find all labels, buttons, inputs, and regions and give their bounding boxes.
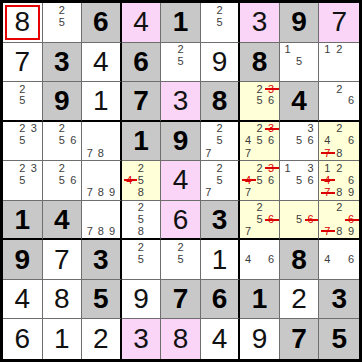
- empty-candidate-slot: [265, 241, 277, 253]
- cell-r6c6[interactable]: 3: [201, 201, 241, 241]
- cell-r6c9[interactable]: 26789: [319, 201, 359, 241]
- eliminated-candidate-6: 6: [345, 214, 357, 226]
- candidate-grid: 234567: [240, 122, 279, 161]
- cell-r8c3[interactable]: 5: [82, 280, 122, 320]
- cell-r5c3[interactable]: 789: [82, 161, 122, 201]
- candidate-8: 8: [135, 187, 147, 199]
- candidate-grid: 2356: [240, 82, 279, 120]
- empty-candidate-slot: [163, 68, 175, 80]
- candidate-grid: 25: [122, 240, 161, 279]
- candidate-grid: 789: [82, 201, 120, 239]
- solved-digit: 1: [93, 87, 109, 115]
- solved-digit: 9: [252, 325, 268, 353]
- empty-candidate-slot: [28, 147, 40, 159]
- cell-r4c5[interactable]: 9: [161, 122, 201, 162]
- empty-candidate-slot: [242, 107, 254, 119]
- candidate-6: 6: [345, 174, 357, 186]
- cell-r6c7[interactable]: 2567: [240, 201, 280, 241]
- empty-candidate-slot: [225, 162, 236, 174]
- cell-r1c8[interactable]: 9: [280, 3, 320, 43]
- cell-r8c1[interactable]: 4: [3, 280, 43, 320]
- cell-r2c3[interactable]: 4: [82, 43, 122, 83]
- empty-candidate-slot: [345, 241, 357, 253]
- candidate-6: 6: [345, 254, 357, 266]
- empty-candidate-slot: [282, 225, 294, 237]
- candidate-grid: 257: [201, 161, 239, 200]
- candidate-7: 7: [242, 225, 254, 237]
- empty-candidate-slot: [345, 202, 357, 214]
- candidate-4: 4: [242, 254, 254, 266]
- empty-candidate-slot: [124, 187, 136, 199]
- empty-candidate-slot: [321, 83, 333, 95]
- cell-r9c6[interactable]: 4: [201, 319, 241, 359]
- empty-candidate-slot: [265, 202, 277, 214]
- empty-candidate-slot: [333, 174, 345, 186]
- cell-r3c3[interactable]: 1: [82, 82, 122, 122]
- empty-candidate-slot: [5, 123, 17, 135]
- given-digit: 6: [133, 48, 149, 76]
- empty-candidate-slot: [345, 68, 357, 80]
- candidate-grid: 46: [319, 240, 359, 279]
- cell-r3c5[interactable]: 3: [161, 82, 201, 122]
- empty-candidate-slot: [5, 147, 17, 159]
- cell-r7c2[interactable]: 7: [43, 240, 83, 280]
- empty-candidate-slot: [45, 187, 57, 199]
- empty-candidate-slot: [265, 187, 277, 199]
- empty-candidate-slot: [282, 214, 294, 226]
- candidate-6: 6: [345, 135, 357, 147]
- empty-candidate-slot: [254, 225, 266, 237]
- empty-candidate-slot: [5, 95, 17, 107]
- cell-r9c2[interactable]: 1: [43, 319, 83, 359]
- cell-r7c8[interactable]: 8: [280, 240, 320, 280]
- empty-candidate-slot: [254, 107, 266, 119]
- empty-candidate-slot: [17, 107, 29, 119]
- cell-r7c4[interactable]: 25: [122, 240, 162, 280]
- cell-r7c5[interactable]: 25: [161, 240, 201, 280]
- empty-candidate-slot: [225, 174, 236, 186]
- empty-candidate-slot: [345, 107, 357, 119]
- cell-r4c4[interactable]: 1: [122, 122, 162, 162]
- cell-r9c8[interactable]: 7: [280, 319, 320, 359]
- cell-r3c7[interactable]: 2356: [240, 82, 280, 122]
- empty-candidate-slot: [68, 4, 80, 16]
- empty-candidate-slot: [282, 187, 294, 199]
- cell-r3c6[interactable]: 8: [201, 82, 241, 122]
- given-digit: 8: [212, 87, 228, 115]
- empty-candidate-slot: [28, 174, 40, 186]
- candidate-2: 2: [17, 123, 29, 135]
- empty-candidate-slot: [282, 135, 294, 147]
- candidate-5: 5: [175, 254, 187, 266]
- empty-candidate-slot: [345, 147, 357, 159]
- empty-candidate-slot: [124, 202, 136, 214]
- cell-r2c5[interactable]: 25: [161, 43, 201, 83]
- cell-r6c5[interactable]: 6: [161, 201, 201, 241]
- empty-candidate-slot: [345, 83, 357, 95]
- cell-r4c9[interactable]: 24678: [319, 122, 359, 162]
- candidate-6: 6: [345, 95, 357, 107]
- candidate-6: 6: [68, 174, 80, 186]
- cell-r1c9[interactable]: 7: [319, 3, 359, 43]
- cell-r1c4[interactable]: 4: [122, 3, 162, 43]
- empty-candidate-slot: [293, 44, 305, 56]
- cell-r9c7[interactable]: 9: [240, 319, 280, 359]
- empty-candidate-slot: [45, 16, 57, 28]
- empty-candidate-slot: [293, 68, 305, 80]
- cell-r5c7[interactable]: 234567: [240, 161, 280, 201]
- cell-r4c1[interactable]: 235: [3, 122, 43, 162]
- empty-candidate-slot: [321, 266, 333, 278]
- empty-candidate-slot: [124, 254, 136, 266]
- cell-r1c6[interactable]: 25: [201, 3, 241, 43]
- empty-candidate-slot: [203, 162, 214, 174]
- empty-candidate-slot: [45, 135, 57, 147]
- empty-candidate-slot: [5, 174, 17, 186]
- candidate-5: 5: [175, 56, 187, 68]
- cell-r3c8[interactable]: 4: [280, 82, 320, 122]
- cell-r2c1[interactable]: 7: [3, 43, 43, 83]
- given-digit: 7: [173, 285, 189, 313]
- empty-candidate-slot: [106, 123, 117, 135]
- empty-candidate-slot: [345, 162, 357, 174]
- candidate-7: 7: [242, 147, 254, 159]
- empty-candidate-slot: [95, 123, 106, 135]
- cell-r9c9[interactable]: 5: [319, 319, 359, 359]
- candidate-8: 8: [95, 225, 106, 237]
- candidate-grid: 25: [161, 43, 200, 82]
- empty-candidate-slot: [321, 56, 333, 68]
- empty-candidate-slot: [17, 187, 29, 199]
- candidate-2: 2: [17, 162, 29, 174]
- candidate-grid: 24678: [319, 122, 359, 161]
- empty-candidate-slot: [45, 28, 57, 40]
- empty-candidate-slot: [265, 147, 277, 159]
- given-digit: 3: [212, 206, 228, 234]
- candidate-grid: 1356: [280, 161, 319, 200]
- cell-r7c7[interactable]: 46: [240, 240, 280, 280]
- eliminated-candidate-7: 7: [321, 225, 333, 237]
- empty-candidate-slot: [225, 28, 236, 40]
- candidate-4: 4: [242, 135, 254, 147]
- cell-r6c4[interactable]: 258: [122, 201, 162, 241]
- candidate-grid: 46: [240, 240, 279, 279]
- cell-r8c6[interactable]: 6: [201, 280, 241, 320]
- sudoku-board: 8256412539773462598151225917382356426235…: [0, 0, 362, 362]
- solved-digit: 8: [173, 325, 189, 353]
- candidate-6: 6: [265, 254, 277, 266]
- cell-r8c8[interactable]: 2: [280, 280, 320, 320]
- empty-candidate-slot: [282, 174, 294, 186]
- given-digit: 3: [93, 246, 109, 274]
- given-digit: 1: [133, 127, 149, 155]
- candidate-7: 7: [84, 147, 95, 159]
- candidate-grid: 2567: [240, 201, 279, 239]
- empty-candidate-slot: [203, 16, 214, 28]
- cell-r5c2[interactable]: 256: [43, 161, 83, 201]
- solved-digit: 3: [173, 87, 189, 115]
- cell-r5c6[interactable]: 257: [201, 161, 241, 201]
- empty-candidate-slot: [95, 202, 106, 214]
- cell-r4c3[interactable]: 78: [82, 122, 122, 162]
- cell-r2c9[interactable]: 12: [319, 43, 359, 83]
- empty-candidate-slot: [56, 187, 68, 199]
- cell-r8c9[interactable]: 3: [319, 280, 359, 320]
- solved-digit: 4: [14, 285, 30, 313]
- cell-r2c6[interactable]: 9: [201, 43, 241, 83]
- candidate-grid: 1246789: [319, 161, 359, 200]
- empty-candidate-slot: [242, 241, 254, 253]
- candidate-2: 2: [56, 4, 68, 16]
- empty-candidate-slot: [333, 107, 345, 119]
- solved-digit: 3: [252, 8, 268, 36]
- candidate-6: 6: [265, 95, 277, 107]
- empty-candidate-slot: [45, 174, 57, 186]
- cell-r6c3[interactable]: 789: [82, 201, 122, 241]
- solved-digit: 3: [133, 325, 149, 353]
- empty-candidate-slot: [17, 147, 29, 159]
- empty-candidate-slot: [56, 147, 68, 159]
- eliminated-candidate-7: 7: [321, 147, 333, 159]
- given-digit: 3: [54, 48, 70, 76]
- given-digit: 9: [14, 246, 30, 274]
- cell-r8c4[interactable]: 9: [122, 280, 162, 320]
- empty-candidate-slot: [333, 68, 345, 80]
- candidate-6: 6: [305, 174, 317, 186]
- empty-candidate-slot: [186, 254, 198, 266]
- empty-candidate-slot: [147, 214, 159, 226]
- candidate-grid: 789: [82, 161, 120, 200]
- candidate-5: 5: [293, 214, 305, 226]
- eliminated-candidate-4: 4: [321, 174, 333, 186]
- empty-candidate-slot: [333, 241, 345, 253]
- empty-candidate-slot: [186, 68, 198, 80]
- empty-candidate-slot: [163, 44, 175, 56]
- candidate-grid: 235: [3, 122, 42, 161]
- candidate-6: 6: [305, 135, 317, 147]
- empty-candidate-slot: [147, 174, 159, 186]
- cell-r9c4[interactable]: 3: [122, 319, 162, 359]
- empty-candidate-slot: [84, 135, 95, 147]
- empty-candidate-slot: [305, 147, 317, 159]
- empty-candidate-slot: [282, 56, 294, 68]
- cell-r8c5[interactable]: 7: [161, 280, 201, 320]
- cell-r7c3[interactable]: 3: [82, 240, 122, 280]
- candidate-2: 2: [175, 44, 187, 56]
- cell-r5c4[interactable]: 2458: [122, 161, 162, 201]
- candidate-5: 5: [56, 16, 68, 28]
- cell-r1c5[interactable]: 1: [161, 3, 201, 43]
- candidate-8: 8: [333, 147, 345, 159]
- candidate-7: 7: [242, 187, 254, 199]
- empty-candidate-slot: [163, 241, 175, 253]
- cell-r7c1[interactable]: 9: [3, 240, 43, 280]
- cell-r9c5[interactable]: 8: [161, 319, 201, 359]
- empty-candidate-slot: [333, 214, 345, 226]
- candidate-8: 8: [135, 225, 147, 237]
- empty-candidate-slot: [28, 187, 40, 199]
- empty-candidate-slot: [45, 162, 57, 174]
- candidate-2: 2: [135, 241, 147, 253]
- eliminated-candidate-3: 3: [265, 83, 277, 95]
- cell-r5c8[interactable]: 1356: [280, 161, 320, 201]
- candidate-2: 2: [333, 202, 345, 214]
- empty-candidate-slot: [242, 123, 254, 135]
- candidate-7: 7: [203, 187, 214, 199]
- empty-candidate-slot: [265, 266, 277, 278]
- empty-candidate-slot: [265, 225, 277, 237]
- cell-r4c8[interactable]: 356: [280, 122, 320, 162]
- empty-candidate-slot: [345, 266, 357, 278]
- solved-digit: 9: [133, 285, 149, 313]
- empty-candidate-slot: [84, 174, 95, 186]
- cell-r1c3[interactable]: 6: [82, 3, 122, 43]
- cell-r1c7[interactable]: 3: [240, 3, 280, 43]
- given-digit: 8: [291, 246, 307, 274]
- empty-candidate-slot: [56, 28, 68, 40]
- candidate-5: 5: [135, 174, 147, 186]
- candidate-grid: 12: [319, 43, 359, 82]
- cell-r8c7[interactable]: 1: [240, 280, 280, 320]
- empty-candidate-slot: [282, 202, 294, 214]
- empty-candidate-slot: [147, 187, 159, 199]
- cell-r9c3[interactable]: 2: [82, 319, 122, 359]
- empty-candidate-slot: [5, 162, 17, 174]
- empty-candidate-slot: [163, 56, 175, 68]
- empty-candidate-slot: [147, 254, 159, 266]
- cell-r4c2[interactable]: 256: [43, 122, 83, 162]
- candidate-2: 2: [135, 162, 147, 174]
- candidate-5: 5: [17, 95, 29, 107]
- empty-candidate-slot: [68, 28, 80, 40]
- empty-candidate-slot: [163, 266, 175, 278]
- empty-candidate-slot: [321, 68, 333, 80]
- candidate-2: 2: [254, 202, 266, 214]
- empty-candidate-slot: [106, 214, 117, 226]
- empty-candidate-slot: [225, 4, 236, 16]
- empty-candidate-slot: [321, 107, 333, 119]
- empty-candidate-slot: [106, 174, 117, 186]
- empty-candidate-slot: [95, 174, 106, 186]
- candidate-grid: 257: [201, 122, 239, 161]
- cell-r1c2[interactable]: 25: [43, 3, 83, 43]
- empty-candidate-slot: [242, 202, 254, 214]
- candidate-grid: 356: [280, 122, 319, 161]
- cell-r3c1[interactable]: 25: [3, 82, 43, 122]
- empty-candidate-slot: [68, 123, 80, 135]
- empty-candidate-slot: [293, 147, 305, 159]
- empty-candidate-slot: [254, 254, 266, 266]
- cell-r8c2[interactable]: 8: [43, 280, 83, 320]
- cell-r6c8[interactable]: 56: [280, 201, 320, 241]
- given-digit: 9: [173, 127, 189, 155]
- empty-candidate-slot: [203, 28, 214, 40]
- candidate-5: 5: [214, 174, 225, 186]
- cell-r2c7[interactable]: 8: [240, 43, 280, 83]
- eliminated-candidate-3: 3: [265, 162, 277, 174]
- candidate-grid: 235: [3, 161, 42, 200]
- candidate-1: 1: [282, 162, 294, 174]
- candidate-2: 2: [333, 123, 345, 135]
- cell-r2c2[interactable]: 3: [43, 43, 83, 83]
- candidate-grid: 25: [161, 240, 200, 279]
- candidate-5: 5: [293, 174, 305, 186]
- given-digit: 5: [331, 325, 347, 353]
- solved-digit: 7: [331, 8, 347, 36]
- empty-candidate-slot: [28, 95, 40, 107]
- candidate-grid: 15: [280, 43, 319, 82]
- cell-r2c4[interactable]: 6: [122, 43, 162, 83]
- empty-candidate-slot: [345, 56, 357, 68]
- candidate-9: 9: [106, 187, 117, 199]
- empty-candidate-slot: [254, 266, 266, 278]
- cell-r3c2[interactable]: 9: [43, 82, 83, 122]
- cell-r4c7[interactable]: 234567: [240, 122, 280, 162]
- candidate-grid: 25: [3, 82, 42, 120]
- empty-candidate-slot: [84, 123, 95, 135]
- cell-r7c9[interactable]: 46: [319, 240, 359, 280]
- candidate-grid: 234567: [240, 161, 279, 200]
- empty-candidate-slot: [106, 135, 117, 147]
- empty-candidate-slot: [68, 147, 80, 159]
- candidate-9: 9: [106, 225, 117, 237]
- empty-candidate-slot: [147, 225, 159, 237]
- empty-candidate-slot: [106, 162, 117, 174]
- empty-candidate-slot: [135, 266, 147, 278]
- empty-candidate-slot: [203, 4, 214, 16]
- empty-candidate-slot: [147, 241, 159, 253]
- candidate-5: 5: [293, 56, 305, 68]
- empty-candidate-slot: [305, 225, 317, 237]
- cell-r1c1[interactable]: 8: [3, 3, 43, 43]
- eliminated-candidate-6: 6: [305, 214, 317, 226]
- candidate-grid: 26: [319, 82, 359, 120]
- empty-candidate-slot: [106, 147, 117, 159]
- candidate-2: 2: [56, 123, 68, 135]
- cell-r9c1[interactable]: 6: [3, 319, 43, 359]
- cell-r7c6[interactable]: 1: [201, 240, 241, 280]
- candidate-2: 2: [175, 241, 187, 253]
- cell-r4c6[interactable]: 257: [201, 122, 241, 162]
- candidate-6: 6: [68, 135, 80, 147]
- cell-r5c9[interactable]: 1246789: [319, 161, 359, 201]
- empty-candidate-slot: [321, 241, 333, 253]
- candidate-grid: 258: [122, 201, 161, 239]
- candidate-2: 2: [333, 44, 345, 56]
- empty-candidate-slot: [242, 266, 254, 278]
- cell-r5c1[interactable]: 235: [3, 161, 43, 201]
- cell-r5c5[interactable]: 4: [161, 161, 201, 201]
- eliminated-candidate-4: 4: [242, 174, 254, 186]
- cell-r3c4[interactable]: 7: [122, 82, 162, 122]
- empty-candidate-slot: [203, 135, 214, 147]
- candidate-2: 2: [214, 4, 225, 16]
- cell-r3c9[interactable]: 26: [319, 82, 359, 122]
- candidate-2: 2: [56, 162, 68, 174]
- empty-candidate-slot: [214, 187, 225, 199]
- cell-r6c2[interactable]: 4: [43, 201, 83, 241]
- empty-candidate-slot: [242, 214, 254, 226]
- empty-candidate-slot: [333, 95, 345, 107]
- empty-candidate-slot: [214, 28, 225, 40]
- empty-candidate-slot: [242, 95, 254, 107]
- cell-r6c1[interactable]: 1: [3, 201, 43, 241]
- candidate-9: 9: [345, 187, 357, 199]
- candidate-3: 3: [305, 123, 317, 135]
- cell-r2c8[interactable]: 15: [280, 43, 320, 83]
- given-digit: 9: [291, 8, 307, 36]
- empty-candidate-slot: [45, 123, 57, 135]
